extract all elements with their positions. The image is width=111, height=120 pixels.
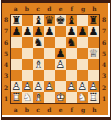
square-g1[interactable]: ♞♘ — [77, 92, 88, 103]
piece-black-pawn[interactable]: ♟ — [11, 26, 22, 37]
file-label-b: b — [21, 104, 32, 115]
file-label-a: a — [10, 104, 21, 115]
piece-white-rook[interactable]: ♜♖ — [11, 92, 22, 103]
piece-black-pawn[interactable]: ♟ — [22, 26, 33, 37]
file-label-d: d — [44, 104, 55, 115]
file-label-c: c — [33, 104, 44, 115]
corner-bottom-left — [2, 104, 10, 115]
piece-white-bishop[interactable]: ♝♗ — [33, 59, 44, 70]
square-a6[interactable] — [11, 37, 22, 48]
square-b6[interactable] — [22, 37, 33, 48]
pawn-icon: ♙ — [55, 59, 66, 70]
file-label-h: h — [89, 104, 100, 115]
chessboard-widget: abcdefgh 87654321 ♜♝♛♚♝♜♟♟♟♟♟♟♟♞♞♟♛♕♝♗♟♙… — [0, 0, 111, 120]
file-label-d: d — [44, 3, 55, 14]
square-f2[interactable]: ♟♙ — [66, 81, 77, 92]
square-a5[interactable] — [11, 48, 22, 59]
rank-label-4: 4 — [2, 59, 10, 70]
pawn-icon: ♙ — [66, 81, 77, 92]
rank-label-7: 7 — [100, 25, 108, 36]
square-c1[interactable]: ♝♗ — [33, 92, 44, 103]
square-f6[interactable]: ♞ — [66, 37, 77, 48]
rook-icon: ♖ — [88, 92, 99, 103]
pawn-icon: ♟ — [11, 26, 22, 37]
file-label-e: e — [55, 104, 66, 115]
square-a1[interactable]: ♜♖ — [11, 92, 22, 103]
square-c4[interactable]: ♝♗ — [33, 59, 44, 70]
rank-labels-right: 87654321 — [100, 14, 108, 104]
pawn-icon: ♙ — [44, 81, 55, 92]
king-icon: ♚ — [55, 15, 66, 26]
rank-label-5: 5 — [100, 48, 108, 59]
square-b1[interactable]: ♞♘ — [22, 92, 33, 103]
rank-label-6: 6 — [2, 37, 10, 48]
knight-icon: ♞ — [66, 37, 77, 48]
square-b7[interactable]: ♟ — [22, 26, 33, 37]
rank-label-3: 3 — [100, 70, 108, 81]
piece-white-pawn[interactable]: ♟♙ — [44, 81, 55, 92]
pawn-icon: ♟ — [44, 26, 55, 37]
rank-label-3: 3 — [2, 70, 10, 81]
file-label-b: b — [21, 3, 32, 14]
piece-black-knight[interactable]: ♞ — [33, 37, 44, 48]
square-d2[interactable]: ♟♙ — [44, 81, 55, 92]
rank-label-6: 6 — [100, 37, 108, 48]
piece-white-pawn[interactable]: ♟♙ — [55, 59, 66, 70]
square-g5[interactable] — [77, 48, 88, 59]
file-label-g: g — [78, 104, 89, 115]
file-label-g: g — [78, 3, 89, 14]
square-d1[interactable] — [44, 92, 55, 103]
file-labels-bottom: abcdefgh — [10, 104, 100, 115]
square-f5[interactable] — [66, 48, 77, 59]
square-e1[interactable]: ♚♔ — [55, 92, 66, 103]
square-d4[interactable] — [44, 59, 55, 70]
rank-label-2: 2 — [2, 82, 10, 93]
queen-icon: ♕ — [88, 48, 99, 59]
square-e4[interactable]: ♟♙ — [55, 59, 66, 70]
square-f4[interactable] — [66, 59, 77, 70]
rank-label-8: 8 — [100, 14, 108, 25]
file-label-c: c — [33, 3, 44, 14]
square-h1[interactable]: ♜♖ — [88, 92, 99, 103]
square-e3[interactable] — [55, 70, 66, 81]
rank-label-7: 7 — [2, 25, 10, 36]
rank-labels-left: 87654321 — [2, 14, 10, 104]
square-b5[interactable] — [22, 48, 33, 59]
piece-white-bishop[interactable]: ♝♗ — [33, 92, 44, 103]
rank-label-1: 1 — [2, 93, 10, 104]
chess-board: ♜♝♛♚♝♜♟♟♟♟♟♟♟♞♞♟♛♕♝♗♟♙♟♙♟♙♟♙♟♙♟♙♟♙♟♙♜♖♞♘… — [10, 14, 100, 104]
square-h4[interactable] — [88, 59, 99, 70]
piece-white-pawn[interactable]: ♟♙ — [66, 81, 77, 92]
piece-white-knight[interactable]: ♞♘ — [77, 92, 88, 103]
piece-white-knight[interactable]: ♞♘ — [22, 92, 33, 103]
file-labels-top: abcdefgh — [10, 3, 100, 14]
square-h5[interactable]: ♛♕ — [88, 48, 99, 59]
square-g6[interactable] — [77, 37, 88, 48]
knight-icon: ♘ — [77, 92, 88, 103]
piece-white-king[interactable]: ♚♔ — [55, 92, 66, 103]
square-d5[interactable] — [44, 48, 55, 59]
board-margin: abcdefgh 87654321 ♜♝♛♚♝♜♟♟♟♟♟♟♟♞♞♟♛♕♝♗♟♙… — [2, 3, 110, 117]
square-b4[interactable] — [22, 59, 33, 70]
knight-icon: ♞ — [33, 37, 44, 48]
bishop-icon: ♗ — [33, 59, 44, 70]
square-f1[interactable] — [66, 92, 77, 103]
pawn-icon: ♟ — [77, 26, 88, 37]
file-label-f: f — [66, 104, 77, 115]
piece-black-pawn[interactable]: ♟ — [77, 26, 88, 37]
rank-label-4: 4 — [100, 59, 108, 70]
square-c6[interactable]: ♞ — [33, 37, 44, 48]
rank-label-8: 8 — [2, 14, 10, 25]
file-label-a: a — [10, 3, 21, 14]
file-label-f: f — [66, 3, 77, 14]
pawn-icon: ♟ — [22, 26, 33, 37]
bishop-icon: ♗ — [33, 92, 44, 103]
piece-black-knight[interactable]: ♞ — [66, 37, 77, 48]
piece-black-king[interactable]: ♚ — [55, 15, 66, 26]
square-e7[interactable] — [55, 26, 66, 37]
file-label-e: e — [55, 3, 66, 14]
square-h7[interactable]: ♟ — [88, 26, 99, 37]
piece-white-rook[interactable]: ♜♖ — [88, 92, 99, 103]
piece-white-queen[interactable]: ♛♕ — [88, 48, 99, 59]
square-d6[interactable] — [44, 37, 55, 48]
rank-label-2: 2 — [100, 82, 108, 93]
rank-label-1: 1 — [100, 93, 108, 104]
rook-icon: ♖ — [11, 92, 22, 103]
pawn-icon: ♟ — [88, 26, 99, 37]
piece-black-pawn[interactable]: ♟ — [88, 26, 99, 37]
knight-icon: ♘ — [22, 92, 33, 103]
square-a4[interactable] — [11, 59, 22, 70]
king-icon: ♔ — [55, 92, 66, 103]
square-e8[interactable]: ♚ — [55, 15, 66, 26]
file-label-h: h — [89, 3, 100, 14]
square-g4[interactable] — [77, 59, 88, 70]
rank-label-5: 5 — [2, 48, 10, 59]
corner-bottom-right — [100, 104, 108, 115]
square-d7[interactable]: ♟ — [44, 26, 55, 37]
square-g7[interactable]: ♟ — [77, 26, 88, 37]
corner-top-left — [2, 3, 10, 14]
piece-black-pawn[interactable]: ♟ — [44, 26, 55, 37]
corner-top-right — [100, 3, 108, 14]
square-a7[interactable]: ♟ — [11, 26, 22, 37]
